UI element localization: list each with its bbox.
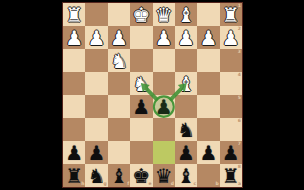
board-square-g8[interactable]: ♞g [85,164,107,187]
board-square-h1[interactable]: ♜ [63,3,85,26]
file-label-g: g [104,182,107,187]
rank-label-3: 3 [238,50,241,55]
chess-board[interactable]: ♜♚♛♝♜1♟♟♟♟♟♟♟2♞3♞♝4♟♟5♞6♟♟♟♟♟7♜h♞g♝f♚e♛d… [62,2,243,188]
board-square-d8[interactable]: ♛d [153,164,175,187]
white-bishop-c4[interactable]: ♝ [177,73,195,93]
board-square-d6[interactable] [153,118,175,141]
board-square-d3[interactable] [153,49,175,72]
file-label-b: b [215,182,218,187]
board-square-g5[interactable] [85,95,107,118]
board-square-h5[interactable] [63,95,85,118]
white-pawn-f2[interactable]: ♟ [110,27,128,47]
white-king-e1[interactable]: ♚ [132,4,150,24]
board-square-b3[interactable] [197,49,219,72]
board-square-f1[interactable] [108,3,130,26]
board-square-e5[interactable]: ♟ [130,95,152,118]
board-square-a7[interactable]: ♟7 [220,141,242,164]
board-square-a2[interactable]: ♟2 [220,26,242,49]
rank-label-4: 4 [238,73,241,78]
black-bishop-c8[interactable]: ♝ [177,165,195,185]
board-square-d1[interactable]: ♛ [153,3,175,26]
board-square-c2[interactable]: ♟ [175,26,197,49]
board-square-h6[interactable] [63,118,85,141]
board-square-h8[interactable]: ♜h [63,164,85,187]
board-square-e7[interactable] [130,141,152,164]
board-square-f5[interactable] [108,95,130,118]
black-bishop-f8[interactable]: ♝ [110,165,128,185]
white-knight-e4[interactable]: ♞ [132,73,150,93]
black-pawn-h7[interactable]: ♟ [65,142,83,162]
black-pawn-e5[interactable]: ♟ [132,96,150,116]
white-bishop-c1[interactable]: ♝ [177,4,195,24]
file-label-c: c [194,182,197,187]
board-square-a8[interactable]: ♜8a [220,164,242,187]
board-square-h7[interactable]: ♟ [63,141,85,164]
rank-label-5: 5 [238,96,241,101]
file-label-f: f [127,182,129,187]
board-square-h2[interactable]: ♟ [63,26,85,49]
white-queen-d1[interactable]: ♛ [155,4,173,24]
rank-label-7: 7 [238,142,241,147]
board-square-g3[interactable] [85,49,107,72]
black-pawn-g7[interactable]: ♟ [88,142,106,162]
file-label-e: e [148,182,151,187]
white-pawn-c2[interactable]: ♟ [177,27,195,47]
white-rook-h1[interactable]: ♜ [65,4,83,24]
board-square-b7[interactable]: ♟ [197,141,219,164]
board-square-d7[interactable] [153,141,175,164]
board-square-c1[interactable]: ♝ [175,3,197,26]
board-square-b6[interactable] [197,118,219,141]
board-square-f6[interactable] [108,118,130,141]
board-square-d2[interactable]: ♟ [153,26,175,49]
rank-label-2: 2 [238,27,241,32]
board-square-b8[interactable]: b [197,164,219,187]
board-square-c6[interactable]: ♞ [175,118,197,141]
board-square-f7[interactable] [108,141,130,164]
board-square-e4[interactable]: ♞ [130,72,152,95]
board-square-g2[interactable]: ♟ [85,26,107,49]
board-square-c7[interactable]: ♟ [175,141,197,164]
board-square-g4[interactable] [85,72,107,95]
file-label-h: h [81,182,84,187]
board-square-h3[interactable] [63,49,85,72]
board-square-a1[interactable]: ♜1 [220,3,242,26]
board-square-f4[interactable] [108,72,130,95]
board-square-g7[interactable]: ♟ [85,141,107,164]
board-square-b2[interactable]: ♟ [197,26,219,49]
board-square-e3[interactable] [130,49,152,72]
white-knight-f3[interactable]: ♞ [110,50,128,70]
rank-label-1: 1 [238,4,241,9]
white-pawn-h2[interactable]: ♟ [65,27,83,47]
board-square-e6[interactable] [130,118,152,141]
board-square-g6[interactable] [85,118,107,141]
board-square-b4[interactable] [197,72,219,95]
rank-label-6: 6 [238,119,241,124]
board-square-g1[interactable] [85,3,107,26]
board-square-c8[interactable]: ♝c [175,164,197,187]
board-square-a6[interactable]: 6 [220,118,242,141]
board-square-e8[interactable]: ♚e [130,164,152,187]
board-square-h4[interactable] [63,72,85,95]
black-pawn-c7[interactable]: ♟ [177,142,195,162]
board-square-a3[interactable]: 3 [220,49,242,72]
board-square-e2[interactable] [130,26,152,49]
black-pawn-b7[interactable]: ♟ [199,142,217,162]
rank-label-8: 8 [238,165,241,170]
board-square-c4[interactable]: ♝ [175,72,197,95]
board-square-b1[interactable] [197,3,219,26]
board-square-e1[interactable]: ♚ [130,3,152,26]
board-square-d5[interactable]: ♟ [153,95,175,118]
board-square-a4[interactable]: 4 [220,72,242,95]
board-square-c5[interactable] [175,95,197,118]
board-square-b5[interactable] [197,95,219,118]
board-square-c3[interactable] [175,49,197,72]
board-square-d4[interactable] [153,72,175,95]
board-square-f2[interactable]: ♟ [108,26,130,49]
white-pawn-d2[interactable]: ♟ [155,27,173,47]
black-knight-c6[interactable]: ♞ [177,119,195,139]
board-square-f8[interactable]: ♝f [108,164,130,187]
black-pawn-d5[interactable]: ♟ [155,96,173,116]
board-square-f3[interactable]: ♞ [108,49,130,72]
white-pawn-g2[interactable]: ♟ [88,27,106,47]
white-pawn-b2[interactable]: ♟ [199,27,217,47]
video-frame: ♜♚♛♝♜1♟♟♟♟♟♟♟2♞3♞♝4♟♟5♞6♟♟♟♟♟7♜h♞g♝f♚e♛d… [0,0,304,190]
file-label-a: a [238,182,241,187]
board-square-a5[interactable]: 5 [220,95,242,118]
file-label-d: d [171,182,174,187]
